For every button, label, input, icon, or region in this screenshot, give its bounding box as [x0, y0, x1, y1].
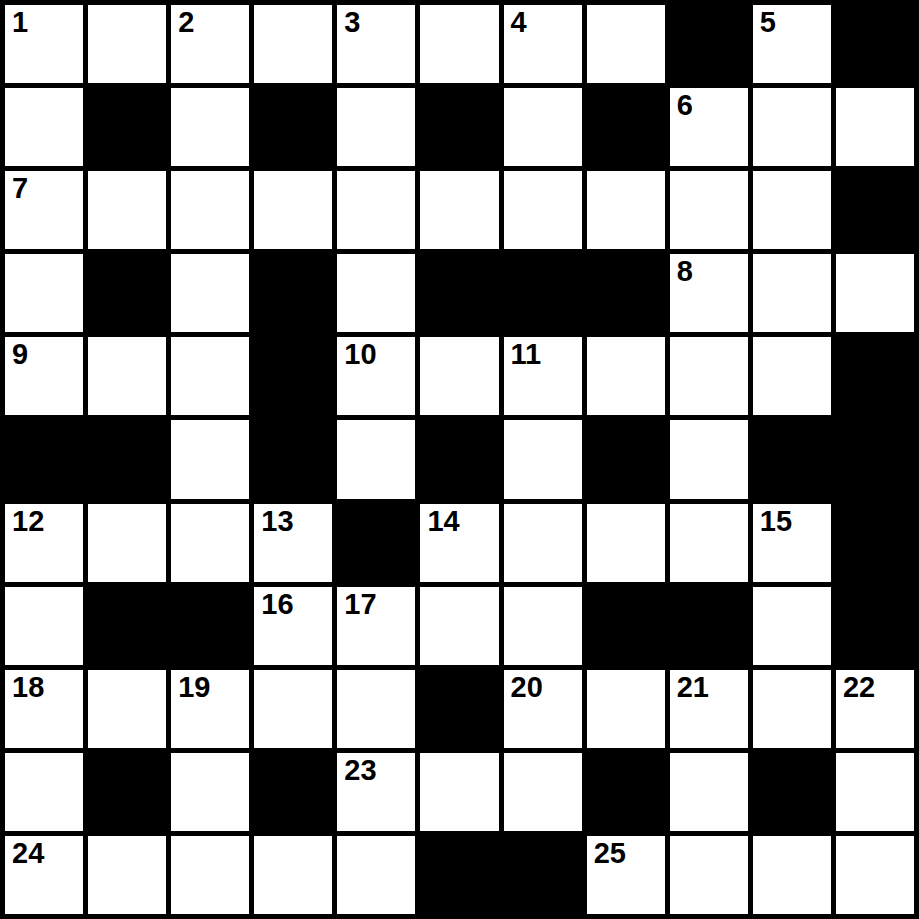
black-cell-r2c6 — [420, 88, 498, 166]
clue-number-2: 2 — [178, 7, 194, 37]
white-cell-r5c9[interactable] — [670, 337, 748, 415]
white-cell-r2c10[interactable] — [753, 88, 831, 166]
white-cell-r4c9[interactable]: 8 — [670, 254, 748, 332]
white-cell-r4c10[interactable] — [753, 254, 831, 332]
white-cell-r5c3[interactable] — [171, 337, 249, 415]
black-cell-r8c11 — [836, 587, 914, 665]
white-cell-r10c7[interactable] — [504, 753, 582, 831]
black-cell-r10c10 — [753, 753, 831, 831]
white-cell-r1c7[interactable]: 4 — [504, 5, 582, 83]
black-cell-r2c8 — [587, 88, 665, 166]
white-cell-r1c8[interactable] — [587, 5, 665, 83]
black-cell-r4c4 — [254, 254, 332, 332]
white-cell-r8c5[interactable]: 17 — [337, 587, 415, 665]
black-cell-r7c11 — [836, 504, 914, 582]
white-cell-r1c10[interactable]: 5 — [753, 5, 831, 83]
clue-number-6: 6 — [677, 90, 693, 120]
white-cell-r2c9[interactable]: 6 — [670, 88, 748, 166]
crossword-puzzle: 1234567891011121314151617181920212223242… — [0, 0, 919, 919]
white-cell-r11c2[interactable] — [88, 836, 166, 914]
white-cell-r1c5[interactable]: 3 — [337, 5, 415, 83]
white-cell-r9c10[interactable] — [753, 670, 831, 748]
clue-number-17: 17 — [344, 589, 376, 619]
clue-number-4: 4 — [511, 7, 527, 37]
white-cell-r1c3[interactable]: 2 — [171, 5, 249, 83]
black-cell-r9c6 — [420, 670, 498, 748]
white-cell-r8c7[interactable] — [504, 587, 582, 665]
white-cell-r7c7[interactable] — [504, 504, 582, 582]
black-cell-r10c2 — [88, 753, 166, 831]
clue-number-1: 1 — [12, 7, 28, 37]
black-cell-r5c4 — [254, 337, 332, 415]
white-cell-r7c4[interactable]: 13 — [254, 504, 332, 582]
black-cell-r4c2 — [88, 254, 166, 332]
white-cell-r6c3[interactable] — [171, 420, 249, 498]
white-cell-r8c10[interactable] — [753, 587, 831, 665]
white-cell-r10c1[interactable] — [5, 753, 83, 831]
white-cell-r11c8[interactable]: 25 — [587, 836, 665, 914]
white-cell-r6c9[interactable] — [670, 420, 748, 498]
white-cell-r7c8[interactable] — [587, 504, 665, 582]
white-cell-r1c6[interactable] — [420, 5, 498, 83]
white-cell-r2c3[interactable] — [171, 88, 249, 166]
white-cell-r3c9[interactable] — [670, 171, 748, 249]
white-cell-r7c2[interactable] — [88, 504, 166, 582]
white-cell-r3c4[interactable] — [254, 171, 332, 249]
black-cell-r11c7 — [504, 836, 582, 914]
clue-number-11: 11 — [511, 339, 542, 369]
clue-number-12: 12 — [12, 506, 44, 536]
white-cell-r6c5[interactable] — [337, 420, 415, 498]
white-cell-r3c3[interactable] — [171, 171, 249, 249]
black-cell-r8c8 — [587, 587, 665, 665]
white-cell-r9c4[interactable] — [254, 670, 332, 748]
black-cell-r11c6 — [420, 836, 498, 914]
white-cell-r5c6[interactable] — [420, 337, 498, 415]
white-cell-r2c7[interactable] — [504, 88, 582, 166]
clue-number-25: 25 — [594, 838, 626, 868]
white-cell-r2c5[interactable] — [337, 88, 415, 166]
clue-number-24: 24 — [12, 838, 44, 868]
white-cell-r5c7[interactable]: 11 — [504, 337, 582, 415]
black-cell-r1c11 — [836, 5, 914, 83]
white-cell-r5c1[interactable]: 9 — [5, 337, 83, 415]
white-cell-r10c11[interactable] — [836, 753, 914, 831]
white-cell-r7c6[interactable]: 14 — [420, 504, 498, 582]
white-cell-r3c7[interactable] — [504, 171, 582, 249]
black-cell-r2c4 — [254, 88, 332, 166]
white-cell-r3c8[interactable] — [587, 171, 665, 249]
crossword-grid: 1234567891011121314151617181920212223242… — [0, 0, 919, 919]
black-cell-r6c10 — [753, 420, 831, 498]
black-cell-r2c2 — [88, 88, 166, 166]
black-cell-r10c4 — [254, 753, 332, 831]
white-cell-r5c10[interactable] — [753, 337, 831, 415]
black-cell-r3c11 — [836, 171, 914, 249]
clue-number-21: 21 — [677, 672, 709, 702]
white-cell-r7c3[interactable] — [171, 504, 249, 582]
white-cell-r3c5[interactable] — [337, 171, 415, 249]
white-cell-r3c2[interactable] — [88, 171, 166, 249]
clue-number-23: 23 — [344, 755, 376, 785]
black-cell-r6c11 — [836, 420, 914, 498]
white-cell-r2c11[interactable] — [836, 88, 914, 166]
white-cell-r9c11[interactable]: 22 — [836, 670, 914, 748]
white-cell-r2c1[interactable] — [5, 88, 83, 166]
white-cell-r10c5[interactable]: 23 — [337, 753, 415, 831]
clue-number-13: 13 — [261, 506, 293, 536]
clue-number-10: 10 — [344, 339, 376, 369]
white-cell-r1c1[interactable]: 1 — [5, 5, 83, 83]
black-cell-r6c4 — [254, 420, 332, 498]
white-cell-r8c1[interactable] — [5, 587, 83, 665]
black-cell-r6c2 — [88, 420, 166, 498]
black-cell-r4c7 — [504, 254, 582, 332]
clue-number-8: 8 — [677, 256, 693, 286]
black-cell-r7c5 — [337, 504, 415, 582]
white-cell-r10c6[interactable] — [420, 753, 498, 831]
white-cell-r4c3[interactable] — [171, 254, 249, 332]
clue-number-16: 16 — [261, 589, 293, 619]
white-cell-r7c1[interactable]: 12 — [5, 504, 83, 582]
white-cell-r10c3[interactable] — [171, 753, 249, 831]
white-cell-r4c11[interactable] — [836, 254, 914, 332]
white-cell-r8c6[interactable] — [420, 587, 498, 665]
white-cell-r11c10[interactable] — [753, 836, 831, 914]
white-cell-r7c9[interactable] — [670, 504, 748, 582]
white-cell-r9c5[interactable] — [337, 670, 415, 748]
white-cell-r3c1[interactable]: 7 — [5, 171, 83, 249]
white-cell-r11c5[interactable] — [337, 836, 415, 914]
white-cell-r4c5[interactable] — [337, 254, 415, 332]
black-cell-r4c6 — [420, 254, 498, 332]
white-cell-r5c2[interactable] — [88, 337, 166, 415]
white-cell-r4c1[interactable] — [5, 254, 83, 332]
white-cell-r6c7[interactable] — [504, 420, 582, 498]
black-cell-r8c9 — [670, 587, 748, 665]
clue-number-14: 14 — [427, 506, 459, 536]
white-cell-r9c1[interactable]: 18 — [5, 670, 83, 748]
white-cell-r1c4[interactable] — [254, 5, 332, 83]
black-cell-r10c8 — [587, 753, 665, 831]
white-cell-r5c8[interactable] — [587, 337, 665, 415]
white-cell-r3c6[interactable] — [420, 171, 498, 249]
white-cell-r10c9[interactable] — [670, 753, 748, 831]
white-cell-r9c8[interactable] — [587, 670, 665, 748]
black-cell-r8c2 — [88, 587, 166, 665]
clue-number-3: 3 — [344, 7, 360, 37]
white-cell-r9c3[interactable]: 19 — [171, 670, 249, 748]
white-cell-r8c4[interactable]: 16 — [254, 587, 332, 665]
white-cell-r11c1[interactable]: 24 — [5, 836, 83, 914]
clue-number-15: 15 — [760, 506, 792, 536]
clue-number-5: 5 — [760, 7, 776, 37]
clue-number-18: 18 — [12, 672, 44, 702]
white-cell-r11c11[interactable] — [836, 836, 914, 914]
white-cell-r9c2[interactable] — [88, 670, 166, 748]
white-cell-r1c2[interactable] — [88, 5, 166, 83]
clue-number-20: 20 — [511, 672, 543, 702]
white-cell-r11c9[interactable] — [670, 836, 748, 914]
clue-number-22: 22 — [843, 672, 875, 702]
black-cell-r6c6 — [420, 420, 498, 498]
white-cell-r11c3[interactable] — [171, 836, 249, 914]
white-cell-r3c10[interactable] — [753, 171, 831, 249]
black-cell-r6c8 — [587, 420, 665, 498]
white-cell-r5c5[interactable]: 10 — [337, 337, 415, 415]
white-cell-r11c4[interactable] — [254, 836, 332, 914]
white-cell-r9c7[interactable]: 20 — [504, 670, 582, 748]
clue-number-19: 19 — [178, 672, 210, 702]
clue-number-9: 9 — [12, 339, 28, 369]
clue-number-7: 7 — [12, 173, 28, 203]
white-cell-r9c9[interactable]: 21 — [670, 670, 748, 748]
black-cell-r4c8 — [587, 254, 665, 332]
black-cell-r8c3 — [171, 587, 249, 665]
black-cell-r1c9 — [670, 5, 748, 83]
black-cell-r6c1 — [5, 420, 83, 498]
black-cell-r5c11 — [836, 337, 914, 415]
white-cell-r7c10[interactable]: 15 — [753, 504, 831, 582]
